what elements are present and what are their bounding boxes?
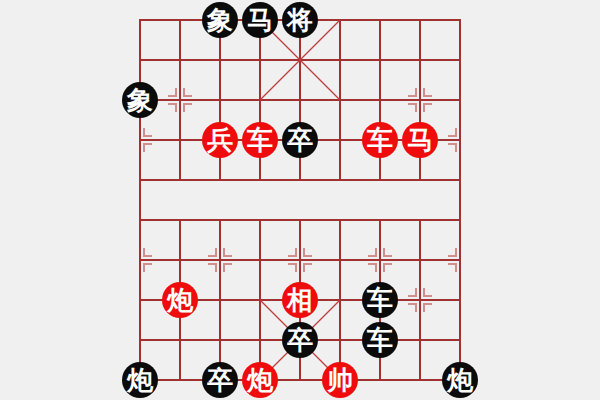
piece-black-horse[interactable]: 马 xyxy=(242,2,278,38)
piece-black-chariot[interactable]: 车 xyxy=(362,282,398,318)
piece-black-elephant[interactable]: 象 xyxy=(202,2,238,38)
piece-black-soldier[interactable]: 卒 xyxy=(282,122,318,158)
piece-black-cannon[interactable]: 炮 xyxy=(442,362,478,398)
piece-red-cannon[interactable]: 炮 xyxy=(242,362,278,398)
piece-black-soldier[interactable]: 卒 xyxy=(282,322,318,358)
xiangqi-board: 象马将象兵车卒车马炮相车卒车炮卒炮帅炮 xyxy=(0,0,600,400)
piece-red-chariot[interactable]: 车 xyxy=(242,122,278,158)
piece-black-general[interactable]: 将 xyxy=(282,2,318,38)
piece-red-chariot[interactable]: 车 xyxy=(362,122,398,158)
piece-black-elephant[interactable]: 象 xyxy=(122,82,158,118)
piece-black-chariot[interactable]: 车 xyxy=(362,322,398,358)
piece-red-horse[interactable]: 马 xyxy=(402,122,438,158)
piece-black-soldier[interactable]: 卒 xyxy=(202,362,238,398)
piece-red-general[interactable]: 帅 xyxy=(322,362,358,398)
piece-red-elephant[interactable]: 相 xyxy=(282,282,318,318)
pieces-layer: 象马将象兵车卒车马炮相车卒车炮卒炮帅炮 xyxy=(120,0,480,400)
piece-black-cannon[interactable]: 炮 xyxy=(122,362,158,398)
piece-red-soldier[interactable]: 兵 xyxy=(202,122,238,158)
piece-red-cannon[interactable]: 炮 xyxy=(162,282,198,318)
